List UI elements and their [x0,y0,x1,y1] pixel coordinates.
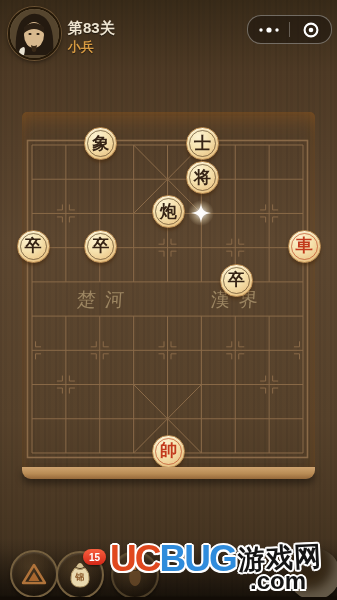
piece-glyph: 卒 [92,237,109,255]
piece-black-soldier-c4[interactable]: 卒 [84,230,117,263]
player-avatar [8,7,61,60]
piece-red-chariot-i4[interactable]: 車 [288,230,321,263]
piece-black-general-f2[interactable]: 将 [186,161,219,194]
avatar-portrait [10,9,59,58]
piece-black-soldier-a4[interactable]: 卒 [17,230,50,263]
tip-bag-button[interactable]: 锦 15 [56,551,104,599]
piece-glyph: 車 [296,237,313,255]
undo-arrow-button[interactable] [10,550,58,598]
piece-black-advisor-f1[interactable]: 士 [186,127,219,160]
three-dots-icon [257,26,281,34]
piece-glyph: 将 [194,169,211,187]
hint-count-badge: 15 [83,549,106,565]
mountain-arrow-icon [21,563,47,585]
svg-text:锦: 锦 [75,572,85,582]
board-front-edge [22,467,315,479]
item-button[interactable] [111,551,159,599]
xiangqi-board[interactable]: 楚河 漢界 象士将炮卒卒車卒帥 [22,112,315,467]
exit-button[interactable] [290,16,331,43]
piece-glyph: 帥 [160,442,177,460]
app-screen: 第83关 小兵 楚河 漢界 象士将炮卒卒車卒帥 [0,0,337,600]
piece-black-soldier-g5[interactable]: 卒 [220,264,253,297]
more-button[interactable] [248,16,289,43]
piece-red-general-e10[interactable]: 帥 [152,435,185,468]
river-label-left: 楚河 [53,287,151,313]
rank-label: 小兵 [68,38,94,56]
piece-glyph: 士 [194,135,211,153]
circle-dot-icon [302,21,320,39]
piece-glyph: 炮 [160,203,177,221]
lantern-icon [124,562,146,588]
dark-sphere-button[interactable] [288,548,337,600]
money-bag-icon: 锦 [67,561,93,589]
piece-glyph: 象 [92,135,109,153]
level-label: 第83关 [68,19,115,38]
miniprogram-capsule [247,15,332,44]
piece-glyph: 卒 [25,237,42,255]
piece-glyph: 卒 [228,271,245,289]
